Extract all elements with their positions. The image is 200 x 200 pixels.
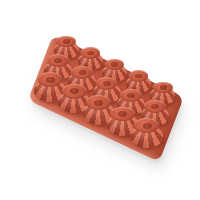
cavity-top	[129, 70, 149, 82]
cavity-dent	[94, 100, 103, 106]
cavity-top	[153, 82, 173, 94]
product-photo	[0, 0, 200, 200]
cavity-dent	[79, 70, 87, 75]
cavity-layer	[0, 0, 200, 200]
cavity	[131, 118, 163, 147]
cavity-top	[120, 89, 142, 102]
cavity-dent	[111, 62, 118, 67]
cavity-dent	[46, 77, 55, 83]
cavity-dent	[70, 88, 79, 94]
cavity-dent	[63, 39, 70, 44]
cavity-dent	[54, 58, 62, 63]
cavity-dent	[135, 74, 142, 79]
cavity-dent	[87, 51, 94, 56]
cavity-top	[144, 100, 166, 113]
cavity-dent	[151, 104, 159, 109]
cavity-dent	[103, 81, 111, 86]
cavity-top	[81, 47, 101, 59]
cavity-dent	[143, 123, 152, 129]
cavity-top	[71, 66, 93, 79]
cavity-dent	[118, 111, 127, 117]
cavity-dent	[127, 93, 135, 98]
cavity-dent	[160, 85, 167, 90]
